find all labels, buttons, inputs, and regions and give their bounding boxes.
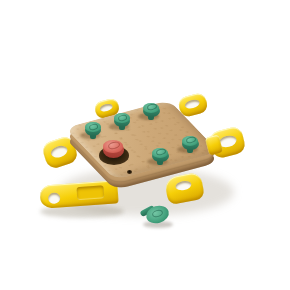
product-photo-stage [0, 0, 290, 290]
loose-peg-layer [0, 0, 290, 290]
